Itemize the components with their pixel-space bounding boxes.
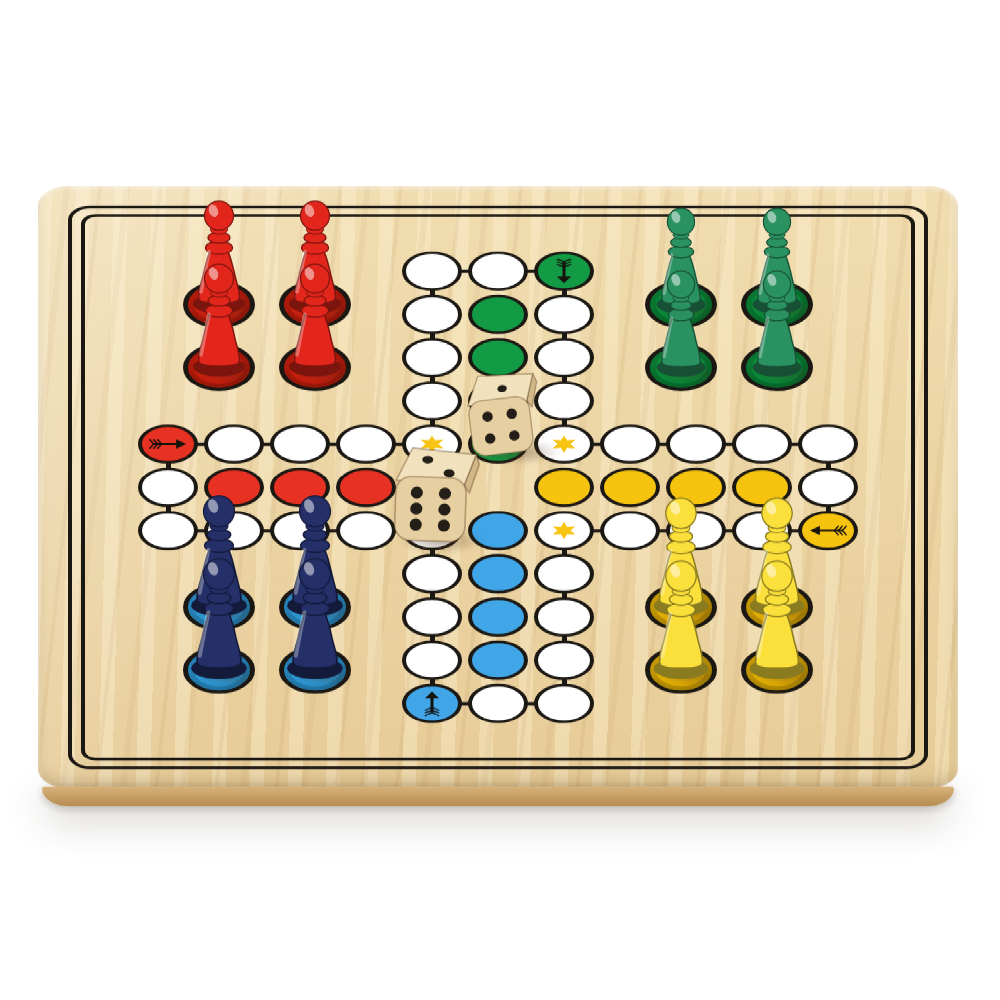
- photo-background: [0, 0, 1000, 1000]
- game-board: [38, 186, 958, 789]
- pawn-shape: [749, 262, 805, 379]
- pawn-green-4[interactable]: [749, 262, 805, 379]
- pawn-yellow-3[interactable]: [650, 551, 713, 681]
- die-shape: [376, 432, 486, 550]
- board-perspective-wrap: [38, 186, 958, 808]
- pawn-red-3[interactable]: [189, 255, 249, 379]
- pawn-shape: [283, 549, 347, 682]
- pawn-green-3[interactable]: [653, 262, 709, 379]
- pawn-shape: [653, 262, 709, 379]
- pieces-layer: [38, 186, 958, 789]
- die-2[interactable]: [376, 432, 486, 550]
- pawn-blue-3[interactable]: [187, 549, 251, 682]
- board-side-edge: [42, 787, 954, 807]
- pawn-shape: [746, 551, 809, 681]
- pawn-shape: [650, 551, 713, 681]
- pawn-shape: [187, 549, 251, 682]
- pawn-red-4[interactable]: [285, 255, 345, 379]
- pawn-blue-4[interactable]: [283, 549, 347, 682]
- pawn-shape: [285, 255, 345, 379]
- pawn-yellow-4[interactable]: [746, 551, 809, 681]
- pawn-shape: [189, 255, 249, 379]
